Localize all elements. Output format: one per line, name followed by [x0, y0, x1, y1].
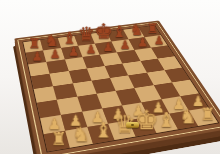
- black-rook-h8: ♜: [144, 23, 161, 36]
- square-h2: ♟: [180, 93, 208, 110]
- square-e4: [110, 75, 135, 91]
- black-queen-d8: ♛: [78, 25, 95, 44]
- white-pawn-b2: ♟: [65, 113, 87, 128]
- black-pawn-h7: ♟: [150, 34, 168, 46]
- square-g2: ♟: [161, 96, 189, 114]
- brass-clasp-icon: [126, 122, 139, 128]
- square-b4: [53, 83, 77, 99]
- white-pawn-h2: ♟: [187, 94, 208, 108]
- square-c2: ♟: [82, 108, 108, 127]
- perspective-wrapper: ♜♞♝♛♚♝♞♜♟♟♟♟♟♟♟♟♟♟♟♟♟♟♟♟♜♞♝♛♚♝♞♜: [0, 0, 220, 154]
- chess-board-box: ♜♞♝♛♚♝♞♜♟♟♟♟♟♟♟♟♟♟♟♟♟♟♟♟♜♞♝♛♚♝♞♜: [14, 21, 220, 154]
- white-rook-h1: ♜: [197, 107, 219, 124]
- square-a5: [31, 73, 53, 89]
- square-c1: ♝: [87, 124, 114, 144]
- square-c5: [68, 68, 91, 83]
- white-pawn-d2: ♟: [107, 106, 129, 121]
- chess-board-grid: ♜♞♝♛♚♝♞♜♟♟♟♟♟♟♟♟♟♟♟♟♟♟♟♟♜♞♝♛♚♝♞♜: [23, 26, 218, 152]
- chess-set-photo: ♜♞♝♛♚♝♞♜♟♟♟♟♟♟♟♟♟♟♟♟♟♟♟♟♜♞♝♛♚♝♞♜: [0, 0, 220, 154]
- white-pawn-a2: ♟: [43, 116, 65, 131]
